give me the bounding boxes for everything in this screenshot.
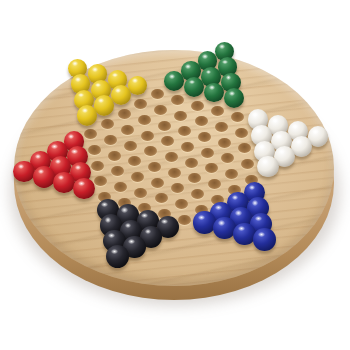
marble-yellow[interactable] bbox=[77, 105, 97, 125]
hole[interactable] bbox=[121, 125, 134, 135]
marble-highlight bbox=[95, 83, 101, 88]
marble-red[interactable] bbox=[33, 166, 54, 187]
marble-highlight bbox=[255, 128, 261, 133]
marble-white[interactable] bbox=[257, 156, 278, 177]
marble-highlight bbox=[82, 108, 88, 113]
marble-highlight bbox=[232, 195, 239, 200]
marble-highlight bbox=[55, 159, 61, 164]
marble-highlight bbox=[279, 149, 285, 154]
hole[interactable] bbox=[108, 151, 121, 161]
marble-highlight bbox=[252, 200, 259, 205]
marble-highlight bbox=[206, 70, 212, 75]
marble-highlight bbox=[229, 91, 235, 96]
marble-highlight bbox=[259, 144, 265, 149]
marble-green[interactable] bbox=[164, 71, 184, 91]
hole[interactable] bbox=[151, 178, 164, 188]
marble-red[interactable] bbox=[13, 161, 34, 182]
marble-red[interactable] bbox=[73, 178, 95, 200]
hole[interactable] bbox=[165, 152, 178, 162]
hole[interactable] bbox=[195, 116, 208, 126]
marble-highlight bbox=[226, 75, 232, 80]
marble-highlight bbox=[202, 54, 208, 59]
marble-highlight bbox=[132, 78, 138, 83]
marble-highlight bbox=[252, 112, 258, 117]
marble-yellow[interactable] bbox=[94, 95, 114, 115]
hole[interactable] bbox=[185, 158, 198, 168]
marble-highlight bbox=[75, 165, 81, 170]
marble-highlight bbox=[58, 175, 64, 180]
marble-highlight bbox=[98, 98, 104, 103]
marble-highlight bbox=[51, 144, 57, 149]
hole[interactable] bbox=[124, 141, 137, 151]
hole[interactable] bbox=[191, 101, 204, 111]
marble-highlight bbox=[185, 64, 191, 69]
marble-highlight bbox=[219, 44, 225, 49]
hole[interactable] bbox=[168, 168, 181, 178]
marble-highlight bbox=[258, 232, 265, 237]
marble-highlight bbox=[189, 80, 195, 85]
marble-highlight bbox=[276, 134, 282, 139]
marble-highlight bbox=[115, 88, 121, 93]
marble-highlight bbox=[125, 223, 132, 228]
hole[interactable] bbox=[201, 148, 214, 158]
hole[interactable] bbox=[141, 131, 154, 141]
marble-highlight bbox=[101, 202, 108, 207]
marble-highlight bbox=[272, 118, 278, 123]
hole[interactable] bbox=[175, 199, 188, 209]
hole[interactable] bbox=[218, 138, 231, 148]
marble-highlight bbox=[218, 220, 225, 225]
marble-highlight bbox=[72, 61, 78, 66]
marble-highlight bbox=[111, 249, 118, 254]
marble-blue[interactable] bbox=[253, 228, 276, 251]
hole[interactable] bbox=[118, 109, 131, 119]
hole[interactable] bbox=[235, 128, 248, 138]
hole[interactable] bbox=[178, 215, 191, 225]
hole[interactable] bbox=[215, 122, 228, 132]
hole[interactable] bbox=[198, 132, 211, 142]
marble-highlight bbox=[68, 134, 74, 139]
marble-highlight bbox=[121, 207, 128, 212]
marble-highlight bbox=[161, 219, 168, 224]
hole[interactable] bbox=[225, 169, 238, 179]
marble-highlight bbox=[296, 139, 302, 144]
marble-highlight bbox=[249, 185, 256, 190]
hole[interactable] bbox=[88, 145, 101, 155]
marble-highlight bbox=[112, 73, 118, 78]
hole[interactable] bbox=[138, 115, 151, 125]
marble-highlight bbox=[18, 164, 24, 169]
marble-highlight bbox=[169, 74, 175, 79]
marble-blue[interactable] bbox=[213, 217, 235, 239]
marble-blue[interactable] bbox=[193, 211, 215, 233]
hole[interactable] bbox=[158, 121, 171, 131]
marble-highlight bbox=[292, 124, 298, 129]
marble-highlight bbox=[215, 205, 222, 210]
marble-red[interactable] bbox=[53, 172, 75, 194]
marble-highlight bbox=[262, 159, 268, 164]
marble-highlight bbox=[145, 229, 152, 234]
marble-highlight bbox=[78, 181, 84, 186]
hole[interactable] bbox=[91, 161, 104, 171]
marble-highlight bbox=[71, 149, 77, 154]
marble-highlight bbox=[238, 226, 245, 231]
marble-highlight bbox=[198, 215, 205, 220]
marble-highlight bbox=[209, 85, 215, 90]
marble-highlight bbox=[222, 60, 228, 65]
marble-green[interactable] bbox=[184, 77, 204, 97]
marble-highlight bbox=[128, 239, 135, 244]
marble-highlight bbox=[38, 169, 44, 174]
marble-highlight bbox=[255, 216, 262, 221]
marble-highlight bbox=[141, 213, 148, 218]
marble-highlight bbox=[75, 77, 81, 82]
marble-highlight bbox=[312, 129, 318, 134]
marble-highlight bbox=[78, 93, 84, 98]
marble-highlight bbox=[108, 233, 115, 238]
game-board bbox=[0, 0, 350, 350]
hole[interactable] bbox=[148, 162, 161, 172]
marble-highlight bbox=[235, 210, 242, 215]
hole[interactable] bbox=[174, 111, 187, 121]
marble-highlight bbox=[35, 154, 41, 159]
hole[interactable] bbox=[171, 95, 184, 105]
marble-highlight bbox=[105, 217, 112, 222]
marble-highlight bbox=[92, 67, 98, 72]
